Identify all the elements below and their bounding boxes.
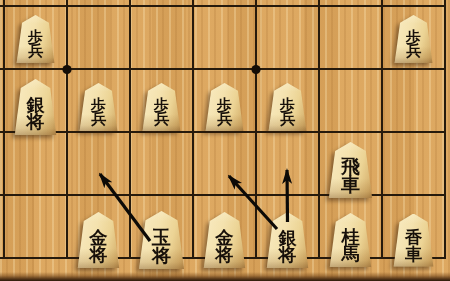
move-arrow-3i-4h [229,176,277,229]
shogi-board[interactable]: 歩兵歩兵銀将歩兵歩兵歩兵歩兵飛車金将玉将金将銀将桂馬香車 [0,0,450,281]
board-bottom-edge-shadow [0,272,450,281]
move-arrow-5i-6h [100,174,150,241]
move-arrows [0,0,450,281]
move-arrow-3i-3h [287,170,288,222]
